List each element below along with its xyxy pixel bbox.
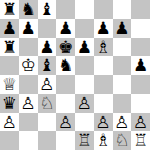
square-d5[interactable]: ♞ (56, 56, 75, 75)
square-d3[interactable] (56, 94, 75, 113)
square-c4[interactable]: ♙ (38, 75, 57, 94)
square-h2[interactable]: ♙ (131, 113, 150, 132)
piece-white-pawn-h2: ♙ (133, 113, 148, 132)
square-c6[interactable]: ♟ (38, 38, 57, 57)
square-a2[interactable]: ♙ (0, 113, 19, 132)
square-e8[interactable] (75, 0, 94, 19)
square-f5[interactable] (94, 56, 113, 75)
piece-white-bishop-f6: ♗ (96, 38, 111, 57)
piece-black-pawn-d7: ♟ (58, 19, 73, 38)
piece-black-knight-d5: ♞ (58, 56, 73, 75)
square-b8[interactable]: ♞ (19, 0, 38, 19)
piece-white-pawn-g2: ♙ (114, 113, 129, 132)
square-c3[interactable]: ♘ (38, 94, 57, 113)
piece-black-bishop-c8: ♝ (39, 0, 54, 19)
square-h1[interactable]: ♖ (131, 131, 150, 150)
square-d4[interactable] (56, 75, 75, 94)
square-f8[interactable] (94, 0, 113, 19)
square-g3[interactable] (113, 94, 132, 113)
square-g5[interactable] (113, 56, 132, 75)
piece-white-pawn-f2: ♙ (96, 113, 111, 132)
square-g6[interactable] (113, 38, 132, 57)
piece-white-bishop-f1: ♗ (96, 131, 111, 150)
piece-black-pawn-h5: ♟ (133, 56, 148, 75)
square-e6[interactable]: ♟ (75, 38, 94, 57)
square-a3[interactable]: ♛ (0, 94, 19, 113)
square-a4[interactable]: ♕ (0, 75, 19, 94)
square-a6[interactable]: ♜ (0, 38, 19, 57)
square-c5[interactable]: ♝ (38, 56, 57, 75)
square-e2[interactable] (75, 113, 94, 132)
square-h8[interactable] (131, 0, 150, 19)
square-f1[interactable]: ♗ (94, 131, 113, 150)
square-e5[interactable] (75, 56, 94, 75)
square-a5[interactable] (0, 56, 19, 75)
piece-black-rook-a8: ♜ (2, 0, 17, 19)
piece-black-queen-a3: ♛ (2, 94, 17, 113)
square-b1[interactable] (19, 131, 38, 150)
square-h7[interactable] (131, 19, 150, 38)
piece-white-queen-a4: ♕ (2, 75, 17, 94)
square-d6[interactable]: ♚ (56, 38, 75, 57)
square-c8[interactable]: ♝ (38, 0, 57, 19)
piece-black-pawn-c6: ♟ (39, 38, 54, 57)
square-c2[interactable] (38, 113, 57, 132)
square-d8[interactable] (56, 0, 75, 19)
square-b2[interactable] (19, 113, 38, 132)
square-a7[interactable]: ♟ (0, 19, 19, 38)
piece-black-pawn-g7: ♟ (114, 19, 129, 38)
chess-board: ♜♞♝♟♟♟♟♟♜♟♚♟♗♔♝♞♟♕♙♛♙♘♙♙♙♙♙♙♖♗♘♖ (0, 0, 150, 150)
piece-black-pawn-a7: ♟ (2, 19, 17, 38)
piece-black-rook-a6: ♜ (2, 38, 17, 57)
piece-black-knight-b8: ♞ (21, 0, 36, 19)
square-e7[interactable] (75, 19, 94, 38)
square-f7[interactable]: ♟ (94, 19, 113, 38)
square-b3[interactable]: ♙ (19, 94, 38, 113)
square-f2[interactable]: ♙ (94, 113, 113, 132)
square-b5[interactable]: ♔ (19, 56, 38, 75)
square-a1[interactable] (0, 131, 19, 150)
square-g7[interactable]: ♟ (113, 19, 132, 38)
piece-white-knight-g1: ♘ (114, 131, 129, 150)
square-h4[interactable] (131, 75, 150, 94)
square-f4[interactable] (94, 75, 113, 94)
square-b6[interactable] (19, 38, 38, 57)
square-b4[interactable] (19, 75, 38, 94)
square-h3[interactable] (131, 94, 150, 113)
piece-white-knight-c3: ♘ (39, 94, 54, 113)
piece-white-king-b5: ♔ (21, 56, 36, 75)
square-f6[interactable]: ♗ (94, 38, 113, 57)
square-d1[interactable] (56, 131, 75, 150)
square-g2[interactable]: ♙ (113, 113, 132, 132)
square-d2[interactable]: ♙ (56, 113, 75, 132)
piece-black-king-d6: ♚ (58, 38, 73, 57)
square-c1[interactable] (38, 131, 57, 150)
square-g8[interactable] (113, 0, 132, 19)
square-b7[interactable]: ♟ (19, 19, 38, 38)
square-f3[interactable] (94, 94, 113, 113)
piece-white-pawn-b3: ♙ (21, 94, 36, 113)
square-g4[interactable] (113, 75, 132, 94)
piece-black-pawn-e6: ♟ (77, 38, 92, 57)
piece-black-pawn-f7: ♟ (96, 19, 111, 38)
piece-white-rook-h1: ♖ (133, 131, 148, 150)
square-c7[interactable] (38, 19, 57, 38)
piece-black-pawn-b7: ♟ (21, 19, 36, 38)
square-h5[interactable]: ♟ (131, 56, 150, 75)
piece-white-pawn-a2: ♙ (2, 113, 17, 132)
piece-white-pawn-e3: ♙ (77, 94, 92, 113)
square-e3[interactable]: ♙ (75, 94, 94, 113)
square-e4[interactable] (75, 75, 94, 94)
square-g1[interactable]: ♘ (113, 131, 132, 150)
square-e1[interactable]: ♖ (75, 131, 94, 150)
square-h6[interactable] (131, 38, 150, 57)
square-d7[interactable]: ♟ (56, 19, 75, 38)
piece-white-rook-e1: ♖ (77, 131, 92, 150)
square-a8[interactable]: ♜ (0, 0, 19, 19)
piece-black-bishop-c5: ♝ (39, 56, 54, 75)
piece-white-pawn-d2: ♙ (58, 113, 73, 132)
piece-white-pawn-c4: ♙ (39, 75, 54, 94)
